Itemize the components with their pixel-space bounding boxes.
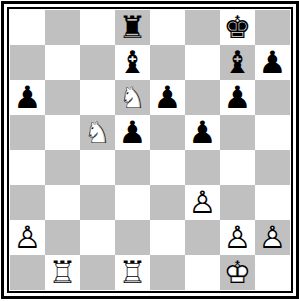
square-e8[interactable]	[150, 10, 185, 45]
square-c8[interactable]	[80, 10, 115, 45]
square-d6[interactable]: ♞♘	[115, 80, 150, 115]
square-d8[interactable]: ♜	[115, 10, 150, 45]
square-g7[interactable]: ♝	[220, 45, 255, 80]
square-h4[interactable]	[255, 150, 290, 185]
piece-black-pawn: ♟	[10, 80, 45, 115]
square-h6[interactable]	[255, 80, 290, 115]
board-frame-outer: ♜♚♝♝♟♟♞♘♟♟♞♘♟♟♟♙♟♙♟♙♟♙♜♖♜♖♚♔	[1, 1, 299, 299]
piece-black-king: ♚	[220, 10, 255, 45]
piece-white-king: ♚♔	[220, 255, 255, 290]
square-f4[interactable]	[185, 150, 220, 185]
square-a6[interactable]: ♟	[10, 80, 45, 115]
chess-board: ♜♚♝♝♟♟♞♘♟♟♞♘♟♟♟♙♟♙♟♙♟♙♜♖♜♖♚♔	[10, 10, 290, 290]
square-c3[interactable]	[80, 185, 115, 220]
square-a2[interactable]: ♟♙	[10, 220, 45, 255]
piece-white-pawn: ♟♙	[220, 220, 255, 255]
square-a7[interactable]	[10, 45, 45, 80]
square-e1[interactable]	[150, 255, 185, 290]
piece-black-pawn: ♟	[115, 115, 150, 150]
square-h7[interactable]: ♟	[255, 45, 290, 80]
piece-white-knight: ♞♘	[80, 115, 115, 150]
square-d5[interactable]: ♟	[115, 115, 150, 150]
piece-black-bishop: ♝	[220, 45, 255, 80]
square-b7[interactable]	[45, 45, 80, 80]
square-d7[interactable]: ♝	[115, 45, 150, 80]
square-c7[interactable]	[80, 45, 115, 80]
chess-diagram: ♜♚♝♝♟♟♞♘♟♟♞♘♟♟♟♙♟♙♟♙♟♙♜♖♜♖♚♔	[0, 0, 299, 301]
square-b6[interactable]	[45, 80, 80, 115]
piece-black-pawn: ♟	[220, 80, 255, 115]
square-c2[interactable]	[80, 220, 115, 255]
square-g3[interactable]	[220, 185, 255, 220]
square-a5[interactable]	[10, 115, 45, 150]
piece-black-pawn: ♟	[255, 45, 290, 80]
square-h3[interactable]	[255, 185, 290, 220]
square-e6[interactable]: ♟	[150, 80, 185, 115]
square-d2[interactable]	[115, 220, 150, 255]
square-e4[interactable]	[150, 150, 185, 185]
square-f3[interactable]: ♟♙	[185, 185, 220, 220]
square-g5[interactable]	[220, 115, 255, 150]
piece-white-pawn: ♟♙	[255, 220, 290, 255]
square-g6[interactable]: ♟	[220, 80, 255, 115]
piece-black-pawn: ♟	[185, 115, 220, 150]
board-frame-inner: ♜♚♝♝♟♟♞♘♟♟♞♘♟♟♟♙♟♙♟♙♟♙♜♖♜♖♚♔	[7, 7, 293, 293]
square-f2[interactable]	[185, 220, 220, 255]
square-c5[interactable]: ♞♘	[80, 115, 115, 150]
square-g2[interactable]: ♟♙	[220, 220, 255, 255]
square-h2[interactable]: ♟♙	[255, 220, 290, 255]
square-b8[interactable]	[45, 10, 80, 45]
piece-white-knight: ♞♘	[115, 80, 150, 115]
square-g8[interactable]: ♚	[220, 10, 255, 45]
piece-black-rook: ♜	[115, 10, 150, 45]
square-b3[interactable]	[45, 185, 80, 220]
square-c1[interactable]	[80, 255, 115, 290]
square-h8[interactable]	[255, 10, 290, 45]
square-d3[interactable]	[115, 185, 150, 220]
square-h5[interactable]	[255, 115, 290, 150]
square-e2[interactable]	[150, 220, 185, 255]
piece-white-pawn: ♟♙	[10, 220, 45, 255]
square-f8[interactable]	[185, 10, 220, 45]
piece-white-rook: ♜♖	[45, 255, 80, 290]
piece-black-pawn: ♟	[150, 80, 185, 115]
square-g4[interactable]	[220, 150, 255, 185]
square-g1[interactable]: ♚♔	[220, 255, 255, 290]
square-e3[interactable]	[150, 185, 185, 220]
square-d4[interactable]	[115, 150, 150, 185]
square-f1[interactable]	[185, 255, 220, 290]
piece-white-rook: ♜♖	[115, 255, 150, 290]
square-c6[interactable]	[80, 80, 115, 115]
square-e5[interactable]	[150, 115, 185, 150]
piece-white-pawn: ♟♙	[185, 185, 220, 220]
square-a4[interactable]	[10, 150, 45, 185]
square-b1[interactable]: ♜♖	[45, 255, 80, 290]
square-a1[interactable]	[10, 255, 45, 290]
square-c4[interactable]	[80, 150, 115, 185]
square-b4[interactable]	[45, 150, 80, 185]
piece-black-bishop: ♝	[115, 45, 150, 80]
square-f7[interactable]	[185, 45, 220, 80]
square-b5[interactable]	[45, 115, 80, 150]
square-e7[interactable]	[150, 45, 185, 80]
square-h1[interactable]	[255, 255, 290, 290]
square-f5[interactable]: ♟	[185, 115, 220, 150]
square-b2[interactable]	[45, 220, 80, 255]
square-d1[interactable]: ♜♖	[115, 255, 150, 290]
square-a3[interactable]	[10, 185, 45, 220]
square-f6[interactable]	[185, 80, 220, 115]
square-a8[interactable]	[10, 10, 45, 45]
